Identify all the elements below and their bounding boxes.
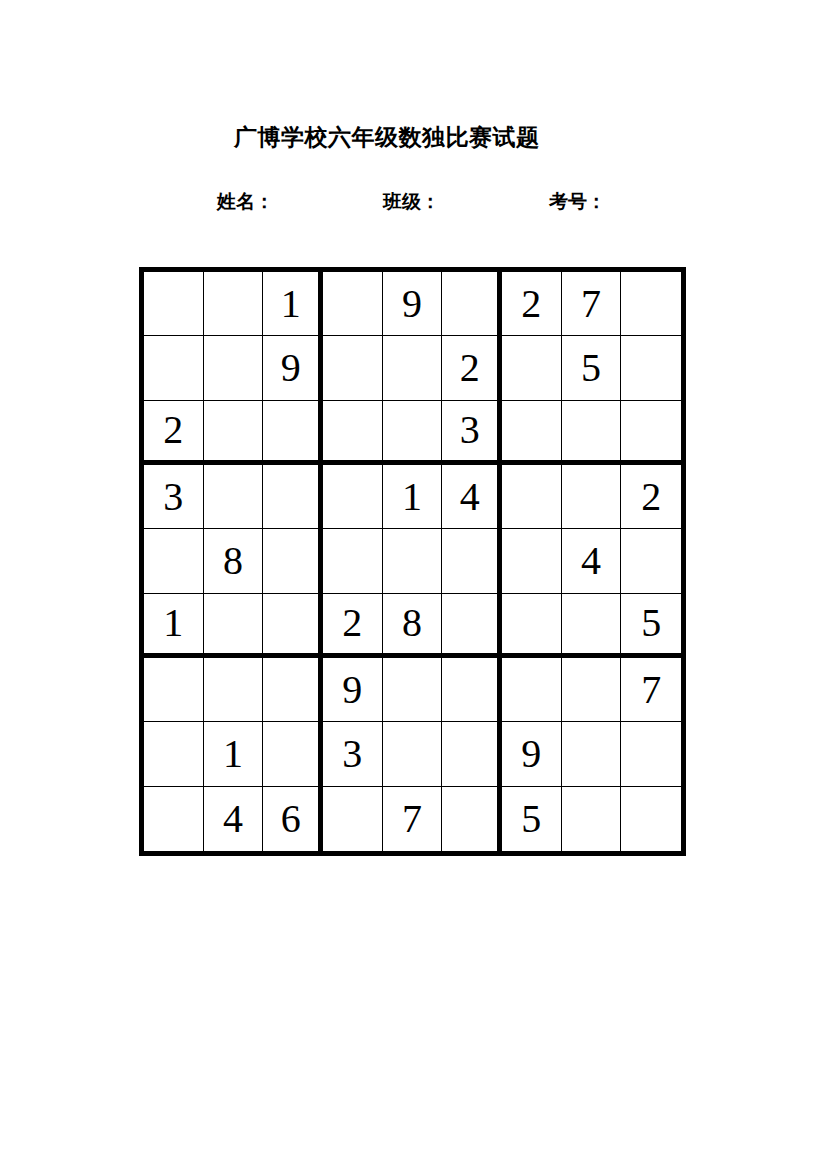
sudoku-cell-r2c8: 5 bbox=[562, 336, 622, 400]
page-title: 广博学校六年级数独比赛试题 bbox=[234, 122, 540, 153]
sudoku-cell-r1c4[interactable] bbox=[323, 272, 383, 336]
sudoku-cell-r6c4: 2 bbox=[323, 594, 383, 658]
sudoku-cell-r8c9[interactable] bbox=[621, 722, 681, 786]
sudoku-cell-r6c7[interactable] bbox=[502, 594, 562, 658]
sudoku-cell-r7c1[interactable] bbox=[144, 658, 204, 722]
sudoku-cell-r1c2[interactable] bbox=[204, 272, 264, 336]
exam-number-field-label: 考号： bbox=[549, 189, 606, 215]
sudoku-cell-r8c6[interactable] bbox=[442, 722, 502, 786]
sudoku-cell-r3c8[interactable] bbox=[562, 401, 622, 465]
sudoku-cell-r8c8[interactable] bbox=[562, 722, 622, 786]
sudoku-cell-r5c5[interactable] bbox=[383, 529, 443, 593]
sudoku-cell-r4c5: 1 bbox=[383, 465, 443, 529]
sudoku-cell-r1c9[interactable] bbox=[621, 272, 681, 336]
sudoku-cell-r6c3[interactable] bbox=[263, 594, 323, 658]
sudoku-cell-r9c4[interactable] bbox=[323, 787, 383, 851]
sudoku-cell-r7c4: 9 bbox=[323, 658, 383, 722]
sudoku-cell-r5c2: 8 bbox=[204, 529, 264, 593]
sudoku-cell-r4c3[interactable] bbox=[263, 465, 323, 529]
sudoku-cell-r7c5[interactable] bbox=[383, 658, 443, 722]
sudoku-cell-r2c1[interactable] bbox=[144, 336, 204, 400]
sudoku-cell-r2c5[interactable] bbox=[383, 336, 443, 400]
name-field-label: 姓名： bbox=[217, 189, 274, 215]
sudoku-cell-r6c5: 8 bbox=[383, 594, 443, 658]
sudoku-cell-r2c9[interactable] bbox=[621, 336, 681, 400]
sudoku-cell-r3c5[interactable] bbox=[383, 401, 443, 465]
sudoku-cell-r5c6[interactable] bbox=[442, 529, 502, 593]
sudoku-board: 1927925233142841285971394675 bbox=[139, 267, 686, 856]
sudoku-cell-r9c9[interactable] bbox=[621, 787, 681, 851]
sudoku-cell-r6c2[interactable] bbox=[204, 594, 264, 658]
sudoku-cell-r7c3[interactable] bbox=[263, 658, 323, 722]
sudoku-cell-r6c1: 1 bbox=[144, 594, 204, 658]
sudoku-cell-r8c5[interactable] bbox=[383, 722, 443, 786]
sudoku-cell-r9c7: 5 bbox=[502, 787, 562, 851]
sudoku-cell-r2c3: 9 bbox=[263, 336, 323, 400]
sudoku-cell-r9c1[interactable] bbox=[144, 787, 204, 851]
sudoku-cell-r1c8: 7 bbox=[562, 272, 622, 336]
sudoku-cell-r4c8[interactable] bbox=[562, 465, 622, 529]
sudoku-cell-r5c9[interactable] bbox=[621, 529, 681, 593]
sudoku-cell-r8c2: 1 bbox=[204, 722, 264, 786]
sudoku-cell-r2c2[interactable] bbox=[204, 336, 264, 400]
sudoku-cell-r4c1: 3 bbox=[144, 465, 204, 529]
sudoku-cell-r5c8: 4 bbox=[562, 529, 622, 593]
sudoku-cell-r1c3: 1 bbox=[263, 272, 323, 336]
sudoku-cell-r4c6: 4 bbox=[442, 465, 502, 529]
sudoku-cell-r2c4[interactable] bbox=[323, 336, 383, 400]
sudoku-cell-r6c8[interactable] bbox=[562, 594, 622, 658]
sudoku-cell-r4c2[interactable] bbox=[204, 465, 264, 529]
sudoku-cell-r8c3[interactable] bbox=[263, 722, 323, 786]
sudoku-cell-r8c1[interactable] bbox=[144, 722, 204, 786]
sudoku-cell-r3c6: 3 bbox=[442, 401, 502, 465]
sudoku-cell-r3c3[interactable] bbox=[263, 401, 323, 465]
sudoku-cell-r7c2[interactable] bbox=[204, 658, 264, 722]
sudoku-cell-r3c9[interactable] bbox=[621, 401, 681, 465]
sudoku-cell-r7c8[interactable] bbox=[562, 658, 622, 722]
sudoku-cell-r4c4[interactable] bbox=[323, 465, 383, 529]
sudoku-cell-r9c2: 4 bbox=[204, 787, 264, 851]
sudoku-cell-r5c3[interactable] bbox=[263, 529, 323, 593]
sudoku-cell-r9c5: 7 bbox=[383, 787, 443, 851]
info-fields: 姓名： 班级： 考号： bbox=[0, 189, 826, 215]
sudoku-cell-r5c1[interactable] bbox=[144, 529, 204, 593]
sudoku-cell-r1c5: 9 bbox=[383, 272, 443, 336]
sudoku-cell-r1c6[interactable] bbox=[442, 272, 502, 336]
sudoku-cell-r7c7[interactable] bbox=[502, 658, 562, 722]
sudoku-cell-r1c1[interactable] bbox=[144, 272, 204, 336]
sudoku-cell-r9c8[interactable] bbox=[562, 787, 622, 851]
sudoku-cell-r4c9: 2 bbox=[621, 465, 681, 529]
worksheet-page: 广博学校六年级数独比赛试题 姓名： 班级： 考号： 19279252331428… bbox=[0, 0, 826, 1169]
sudoku-cell-r5c4[interactable] bbox=[323, 529, 383, 593]
sudoku-cell-r2c7[interactable] bbox=[502, 336, 562, 400]
class-field-label: 班级： bbox=[383, 189, 440, 215]
sudoku-cell-r5c7[interactable] bbox=[502, 529, 562, 593]
sudoku-cell-r1c7: 2 bbox=[502, 272, 562, 336]
sudoku-cell-r3c2[interactable] bbox=[204, 401, 264, 465]
sudoku-cell-r4c7[interactable] bbox=[502, 465, 562, 529]
sudoku-cell-r6c6[interactable] bbox=[442, 594, 502, 658]
sudoku-cell-r3c1: 2 bbox=[144, 401, 204, 465]
sudoku-cell-r9c6[interactable] bbox=[442, 787, 502, 851]
sudoku-cell-r8c4: 3 bbox=[323, 722, 383, 786]
sudoku-cell-r6c9: 5 bbox=[621, 594, 681, 658]
sudoku-cell-r7c6[interactable] bbox=[442, 658, 502, 722]
sudoku-cell-r3c7[interactable] bbox=[502, 401, 562, 465]
sudoku-cell-r7c9: 7 bbox=[621, 658, 681, 722]
sudoku-cell-r8c7: 9 bbox=[502, 722, 562, 786]
sudoku-cell-r3c4[interactable] bbox=[323, 401, 383, 465]
sudoku-cell-r2c6: 2 bbox=[442, 336, 502, 400]
sudoku-cell-r9c3: 6 bbox=[263, 787, 323, 851]
